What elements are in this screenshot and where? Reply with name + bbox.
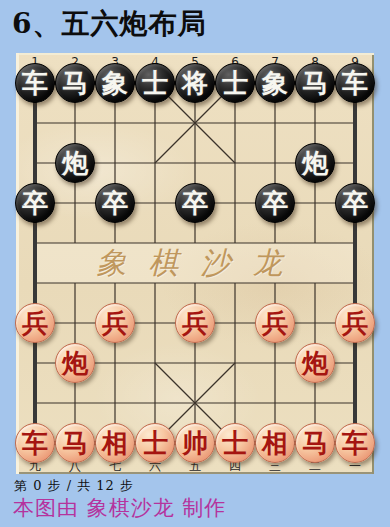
piece-black-chariot[interactable]: 车	[335, 63, 375, 103]
piece-black-advisor[interactable]: 士	[215, 63, 255, 103]
piece-red-elephant[interactable]: 相	[255, 423, 295, 463]
piece-black-elephant[interactable]: 象	[255, 63, 295, 103]
piece-black-cannon[interactable]: 炮	[55, 143, 95, 183]
piece-red-general[interactable]: 帅	[175, 423, 215, 463]
piece-red-horse[interactable]: 马	[55, 423, 95, 463]
piece-black-cannon[interactable]: 炮	[295, 143, 335, 183]
piece-black-chariot[interactable]: 车	[15, 63, 55, 103]
piece-black-soldier[interactable]: 卒	[95, 183, 135, 223]
piece-black-general[interactable]: 将	[175, 63, 215, 103]
pieces-layer: 车马象士将士象马车炮炮卒卒卒卒卒兵兵兵兵兵炮炮车马相士帅士相马车	[15, 63, 375, 463]
piece-red-horse[interactable]: 马	[295, 423, 335, 463]
piece-red-advisor[interactable]: 士	[135, 423, 175, 463]
piece-red-cannon[interactable]: 炮	[295, 343, 335, 383]
piece-black-soldier[interactable]: 卒	[335, 183, 375, 223]
piece-red-elephant[interactable]: 相	[95, 423, 135, 463]
xiangqi-board: 象棋沙龙 123456789 九八七六五四三二一 车马象士将士象马车炮炮卒卒卒卒…	[16, 53, 374, 474]
credit-line: 本图由 象棋沙龙 制作	[13, 494, 226, 522]
piece-red-chariot[interactable]: 车	[15, 423, 55, 463]
piece-red-soldier[interactable]: 兵	[15, 303, 55, 343]
piece-red-soldier[interactable]: 兵	[95, 303, 135, 343]
piece-red-chariot[interactable]: 车	[335, 423, 375, 463]
piece-black-horse[interactable]: 马	[295, 63, 335, 103]
piece-black-soldier[interactable]: 卒	[255, 183, 295, 223]
page-title: 6、五六炮布局	[12, 5, 206, 43]
piece-red-soldier[interactable]: 兵	[175, 303, 215, 343]
piece-red-soldier[interactable]: 兵	[335, 303, 375, 343]
piece-black-horse[interactable]: 马	[55, 63, 95, 103]
piece-black-soldier[interactable]: 卒	[15, 183, 55, 223]
piece-red-advisor[interactable]: 士	[215, 423, 255, 463]
piece-red-soldier[interactable]: 兵	[255, 303, 295, 343]
piece-black-soldier[interactable]: 卒	[175, 183, 215, 223]
piece-black-advisor[interactable]: 士	[135, 63, 175, 103]
move-counter: 第 0 步 / 共 12 步	[14, 477, 134, 495]
piece-red-cannon[interactable]: 炮	[55, 343, 95, 383]
piece-black-elephant[interactable]: 象	[95, 63, 135, 103]
